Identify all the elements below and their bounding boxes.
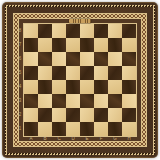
board-grid	[24, 24, 136, 136]
square-f7[interactable]	[94, 38, 108, 52]
square-g3[interactable]	[108, 94, 122, 108]
square-f6[interactable]	[94, 52, 108, 66]
square-d4[interactable]	[66, 80, 80, 94]
square-h3[interactable]	[122, 94, 136, 108]
rank-label-1: 1	[17, 122, 23, 136]
coordinate-band	[18, 18, 142, 142]
square-b6[interactable]	[38, 52, 52, 66]
square-g1[interactable]	[108, 122, 122, 136]
square-a7[interactable]	[24, 38, 38, 52]
square-b5[interactable]	[38, 66, 52, 80]
mosaic-inlay-border	[13, 13, 147, 147]
square-g2[interactable]	[108, 108, 122, 122]
square-g5[interactable]	[108, 66, 122, 80]
beaded-inlay-border	[5, 5, 155, 155]
file-labels: ABCDEFGH	[24, 137, 136, 143]
square-b4[interactable]	[38, 80, 52, 94]
rank-label-7: 7	[17, 38, 23, 52]
square-e5[interactable]	[80, 66, 94, 80]
square-h6[interactable]	[122, 52, 136, 66]
square-f3[interactable]	[94, 94, 108, 108]
rank-label-5: 5	[17, 66, 23, 80]
square-d2[interactable]	[66, 108, 80, 122]
square-e2[interactable]	[80, 108, 94, 122]
square-c2[interactable]	[52, 108, 66, 122]
square-f4[interactable]	[94, 80, 108, 94]
square-g4[interactable]	[108, 80, 122, 94]
square-c8[interactable]	[52, 24, 66, 38]
square-e7[interactable]	[80, 38, 94, 52]
square-a3[interactable]	[24, 94, 38, 108]
square-f8[interactable]	[94, 24, 108, 38]
square-d8[interactable]	[66, 24, 80, 38]
square-c4[interactable]	[52, 80, 66, 94]
square-a1[interactable]	[24, 122, 38, 136]
square-h8[interactable]	[122, 24, 136, 38]
square-d7[interactable]	[66, 38, 80, 52]
square-b7[interactable]	[38, 38, 52, 52]
square-c3[interactable]	[52, 94, 66, 108]
rank-label-6: 6	[17, 52, 23, 66]
board-photo: 87654321 ABCDEFGH	[0, 0, 160, 160]
file-label-g: G	[108, 137, 122, 143]
square-a5[interactable]	[24, 66, 38, 80]
square-g8[interactable]	[108, 24, 122, 38]
file-label-e: E	[80, 137, 94, 143]
square-a4[interactable]	[24, 80, 38, 94]
square-e8[interactable]	[80, 24, 94, 38]
file-label-d: D	[66, 137, 80, 143]
rank-label-2: 2	[17, 108, 23, 122]
square-c1[interactable]	[52, 122, 66, 136]
rank-labels: 87654321	[17, 24, 23, 136]
file-label-h: H	[122, 137, 136, 143]
square-g7[interactable]	[108, 38, 122, 52]
square-h1[interactable]	[122, 122, 136, 136]
square-h2[interactable]	[122, 108, 136, 122]
square-a2[interactable]	[24, 108, 38, 122]
chess-board: 87654321 ABCDEFGH	[2, 2, 158, 158]
square-d1[interactable]	[66, 122, 80, 136]
square-h4[interactable]	[122, 80, 136, 94]
square-b3[interactable]	[38, 94, 52, 108]
square-a6[interactable]	[24, 52, 38, 66]
square-b2[interactable]	[38, 108, 52, 122]
square-d6[interactable]	[66, 52, 80, 66]
rank-label-8: 8	[17, 24, 23, 38]
square-e1[interactable]	[80, 122, 94, 136]
square-d5[interactable]	[66, 66, 80, 80]
square-g6[interactable]	[108, 52, 122, 66]
rank-label-4: 4	[17, 80, 23, 94]
file-label-a: A	[24, 137, 38, 143]
square-f2[interactable]	[94, 108, 108, 122]
square-h5[interactable]	[122, 66, 136, 80]
square-c6[interactable]	[52, 52, 66, 66]
square-f5[interactable]	[94, 66, 108, 80]
square-a8[interactable]	[24, 24, 38, 38]
square-b8[interactable]	[38, 24, 52, 38]
square-c5[interactable]	[52, 66, 66, 80]
brand-inscription-plaque	[69, 19, 91, 23]
square-e3[interactable]	[80, 94, 94, 108]
square-c7[interactable]	[52, 38, 66, 52]
square-e6[interactable]	[80, 52, 94, 66]
file-label-c: C	[52, 137, 66, 143]
square-h7[interactable]	[122, 38, 136, 52]
walnut-frame	[7, 7, 153, 153]
file-label-f: F	[94, 137, 108, 143]
file-label-b: B	[38, 137, 52, 143]
square-b1[interactable]	[38, 122, 52, 136]
square-d3[interactable]	[66, 94, 80, 108]
square-e4[interactable]	[80, 80, 94, 94]
rank-label-3: 3	[17, 94, 23, 108]
square-f1[interactable]	[94, 122, 108, 136]
